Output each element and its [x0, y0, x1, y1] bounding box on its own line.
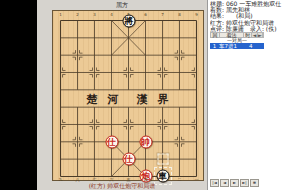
black-side-caption: 黑方 — [37, 0, 207, 9]
go-next-button[interactable]: ► — [230, 179, 239, 187]
go-first-button[interactable]: |◄ — [210, 179, 219, 187]
vcr-toolbar: |◄ ◄ ► ►| ≡ — [210, 179, 259, 187]
piece-red-仕[interactable]: 仕 — [105, 135, 118, 148]
file-label-top: 8 — [178, 13, 181, 17]
move-list: 回 着法 时 ◄ ► —对局— 1 车7进1 4 — [210, 32, 264, 49]
file-label-top: 2 — [76, 13, 79, 17]
last-move-origin-marker — [157, 154, 168, 165]
go-last-button[interactable]: ►| — [240, 179, 249, 187]
piece-red-帥[interactable]: 帥 — [139, 135, 152, 148]
file-label-top: 7 — [161, 13, 164, 17]
move-row-selected[interactable]: 1 车7进1 4 — [210, 43, 264, 49]
right-panel: 棋题: 060 一车难胜炮双仕 着数: 黑先和棋 结果: (和局) 红方: 帅双… — [207, 0, 304, 190]
go-prev-button[interactable]: ◄ — [220, 179, 229, 187]
file-label-top: 5 — [127, 13, 130, 17]
info-line-annotator: 点评: 陈廉庸 录入: (佚) — [210, 26, 303, 32]
header-round[interactable]: 回 — [211, 33, 220, 37]
file-label-top: 9 — [195, 13, 198, 17]
file-label-top: 1 — [59, 13, 62, 17]
river-label-right: 漢 界 — [137, 91, 172, 106]
file-label-top: 6 — [144, 13, 147, 17]
river-label-left: 楚 河 — [87, 91, 122, 106]
file-label-top: 3 — [93, 13, 96, 17]
board[interactable]: 楚 河 漢 界 將仕帥仕炮車123456789九八七六五四三二一 — [52, 10, 204, 181]
auto-play-button[interactable]: ≡ — [250, 179, 259, 187]
file-label-top: 4 — [110, 13, 113, 17]
game-info: 棋题: 060 一车难胜炮双仕 着数: 黑先和棋 结果: (和局) 红方: 帅双… — [210, 1, 303, 32]
scroll-right-icon[interactable]: ► — [258, 33, 263, 37]
piece-red-仕[interactable]: 仕 — [122, 153, 135, 166]
move-time: 4 — [249, 43, 259, 49]
screen: 黑方 楚 河 漢 界 將仕帥仕炮車123456789九八七六五四三二一 (红方)… — [0, 0, 304, 190]
move-text: 车7进1 — [219, 43, 249, 49]
red-side-caption: (红方) 帅双仕炮守和局谱 — [37, 181, 207, 190]
move-number: 1 — [210, 43, 219, 49]
